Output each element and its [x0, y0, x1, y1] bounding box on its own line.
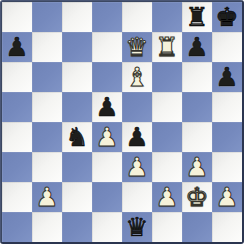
square-c3[interactable]	[62, 152, 92, 182]
square-c8[interactable]	[62, 2, 92, 32]
square-f4[interactable]	[152, 122, 182, 152]
square-a5[interactable]	[2, 92, 32, 122]
white-pawn-g3[interactable]: ♟	[185, 152, 208, 182]
square-d8[interactable]	[92, 2, 122, 32]
square-g8[interactable]: ♜	[182, 2, 212, 32]
square-c6[interactable]	[62, 62, 92, 92]
black-pawn-g7[interactable]: ♟	[185, 32, 208, 62]
square-b1[interactable]	[32, 212, 62, 242]
square-d2[interactable]	[92, 182, 122, 212]
square-d5[interactable]: ♟	[92, 92, 122, 122]
square-f7[interactable]: ♜	[152, 32, 182, 62]
square-g7[interactable]: ♟	[182, 32, 212, 62]
square-b3[interactable]	[32, 152, 62, 182]
square-f3[interactable]	[152, 152, 182, 182]
square-g3[interactable]: ♟	[182, 152, 212, 182]
square-f6[interactable]	[152, 62, 182, 92]
square-e3[interactable]: ♟	[122, 152, 152, 182]
square-a1[interactable]	[2, 212, 32, 242]
square-a2[interactable]	[2, 182, 32, 212]
black-rook-g8[interactable]: ♜	[185, 2, 208, 32]
black-king-h8[interactable]: ♚	[215, 2, 238, 32]
black-pawn-e4[interactable]: ♟	[125, 122, 148, 152]
square-g4[interactable]	[182, 122, 212, 152]
chess-board-frame: ♜♚♟♛♜♟♝♟♟♞♟♟♟♟♟♟♚♟♛	[0, 0, 244, 244]
square-g6[interactable]	[182, 62, 212, 92]
square-g1[interactable]	[182, 212, 212, 242]
square-d3[interactable]	[92, 152, 122, 182]
white-pawn-f2[interactable]: ♟	[155, 182, 178, 212]
white-pawn-b2[interactable]: ♟	[35, 182, 58, 212]
square-f5[interactable]	[152, 92, 182, 122]
square-c7[interactable]	[62, 32, 92, 62]
black-pawn-h6[interactable]: ♟	[215, 62, 238, 92]
square-b8[interactable]	[32, 2, 62, 32]
square-e2[interactable]	[122, 182, 152, 212]
square-b7[interactable]	[32, 32, 62, 62]
square-e5[interactable]	[122, 92, 152, 122]
square-b4[interactable]	[32, 122, 62, 152]
black-pawn-d5[interactable]: ♟	[95, 92, 118, 122]
square-e8[interactable]	[122, 2, 152, 32]
chess-board: ♜♚♟♛♜♟♝♟♟♞♟♟♟♟♟♟♚♟♛	[2, 2, 242, 242]
square-f1[interactable]	[152, 212, 182, 242]
square-h4[interactable]	[212, 122, 242, 152]
square-h1[interactable]	[212, 212, 242, 242]
square-b2[interactable]: ♟	[32, 182, 62, 212]
square-d7[interactable]	[92, 32, 122, 62]
white-bishop-e6[interactable]: ♝	[125, 62, 148, 92]
square-h3[interactable]	[212, 152, 242, 182]
square-e6[interactable]: ♝	[122, 62, 152, 92]
white-pawn-e3[interactable]: ♟	[125, 152, 148, 182]
square-b6[interactable]	[32, 62, 62, 92]
square-c4[interactable]: ♞	[62, 122, 92, 152]
square-a7[interactable]: ♟	[2, 32, 32, 62]
square-e1[interactable]: ♛	[122, 212, 152, 242]
square-f8[interactable]	[152, 2, 182, 32]
square-a6[interactable]	[2, 62, 32, 92]
square-a4[interactable]	[2, 122, 32, 152]
square-g5[interactable]	[182, 92, 212, 122]
black-knight-c4[interactable]: ♞	[65, 122, 88, 152]
black-queen-e1[interactable]: ♛	[125, 212, 148, 242]
square-h7[interactable]	[212, 32, 242, 62]
square-h6[interactable]: ♟	[212, 62, 242, 92]
white-rook-f7[interactable]: ♜	[155, 32, 178, 62]
square-d1[interactable]	[92, 212, 122, 242]
square-b5[interactable]	[32, 92, 62, 122]
square-h8[interactable]: ♚	[212, 2, 242, 32]
white-pawn-d4[interactable]: ♟	[95, 122, 118, 152]
square-h5[interactable]	[212, 92, 242, 122]
square-c1[interactable]	[62, 212, 92, 242]
square-a3[interactable]	[2, 152, 32, 182]
square-h2[interactable]: ♟	[212, 182, 242, 212]
square-a8[interactable]	[2, 2, 32, 32]
white-queen-e7[interactable]: ♛	[125, 32, 148, 62]
square-g2[interactable]: ♚	[182, 182, 212, 212]
square-e7[interactable]: ♛	[122, 32, 152, 62]
square-d4[interactable]: ♟	[92, 122, 122, 152]
white-pawn-h2[interactable]: ♟	[215, 182, 238, 212]
white-king-g2[interactable]: ♚	[185, 182, 208, 212]
square-e4[interactable]: ♟	[122, 122, 152, 152]
square-c2[interactable]	[62, 182, 92, 212]
black-pawn-a7[interactable]: ♟	[5, 32, 28, 62]
square-c5[interactable]	[62, 92, 92, 122]
square-d6[interactable]	[92, 62, 122, 92]
square-f2[interactable]: ♟	[152, 182, 182, 212]
